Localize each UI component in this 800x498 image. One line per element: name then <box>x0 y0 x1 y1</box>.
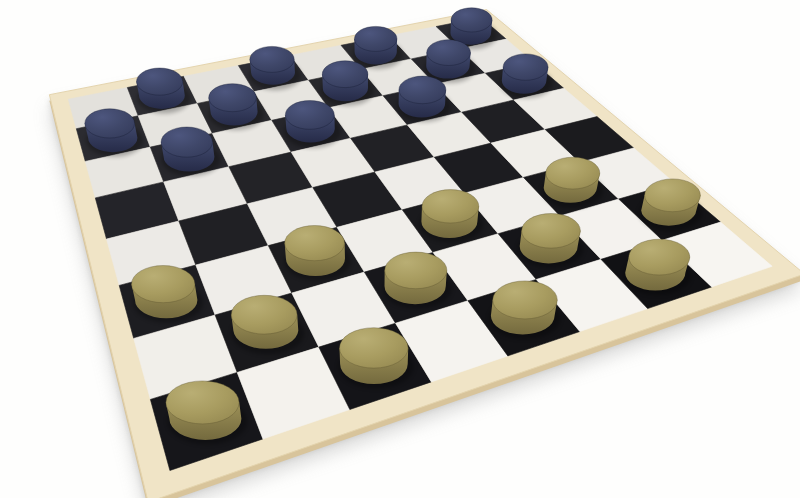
piece-top <box>166 381 239 424</box>
piece-top <box>427 40 471 66</box>
gold-wooden-checker[interactable] <box>639 179 702 231</box>
gold-wooden-checker[interactable] <box>338 328 414 389</box>
piece-top <box>161 127 212 157</box>
piece-top <box>399 76 446 104</box>
piece-top <box>322 61 368 88</box>
piece-top <box>132 266 195 303</box>
piece-top <box>503 54 548 80</box>
piece-top <box>493 281 558 319</box>
piece-top <box>285 101 334 130</box>
piece-top <box>250 46 294 72</box>
piece-top <box>522 214 581 249</box>
piece-top <box>137 68 183 95</box>
piece-top <box>422 190 479 223</box>
gold-wooden-checker[interactable] <box>489 281 561 339</box>
piece-top <box>451 8 492 32</box>
piece-top <box>231 295 297 334</box>
navy-wooden-checker[interactable] <box>424 40 475 83</box>
navy-wooden-checker[interactable] <box>397 76 451 122</box>
piece-top <box>85 109 135 138</box>
gold-wooden-checker[interactable] <box>623 239 691 295</box>
piece-top <box>385 252 447 289</box>
piece-top <box>209 84 257 112</box>
piece-top <box>629 239 690 275</box>
gold-wooden-checker[interactable] <box>383 252 452 309</box>
gold-wooden-checker[interactable] <box>518 214 584 268</box>
gold-wooden-checker[interactable] <box>542 157 603 208</box>
piece-top <box>546 157 600 189</box>
checkers-board-photo <box>0 0 800 498</box>
checkers-scene-svg <box>0 0 800 498</box>
piece-top <box>340 328 409 368</box>
piece-top <box>354 26 397 51</box>
piece-top <box>645 179 701 212</box>
piece-top <box>285 226 345 261</box>
gold-wooden-checker[interactable] <box>419 190 483 243</box>
navy-wooden-checker[interactable] <box>500 54 553 98</box>
